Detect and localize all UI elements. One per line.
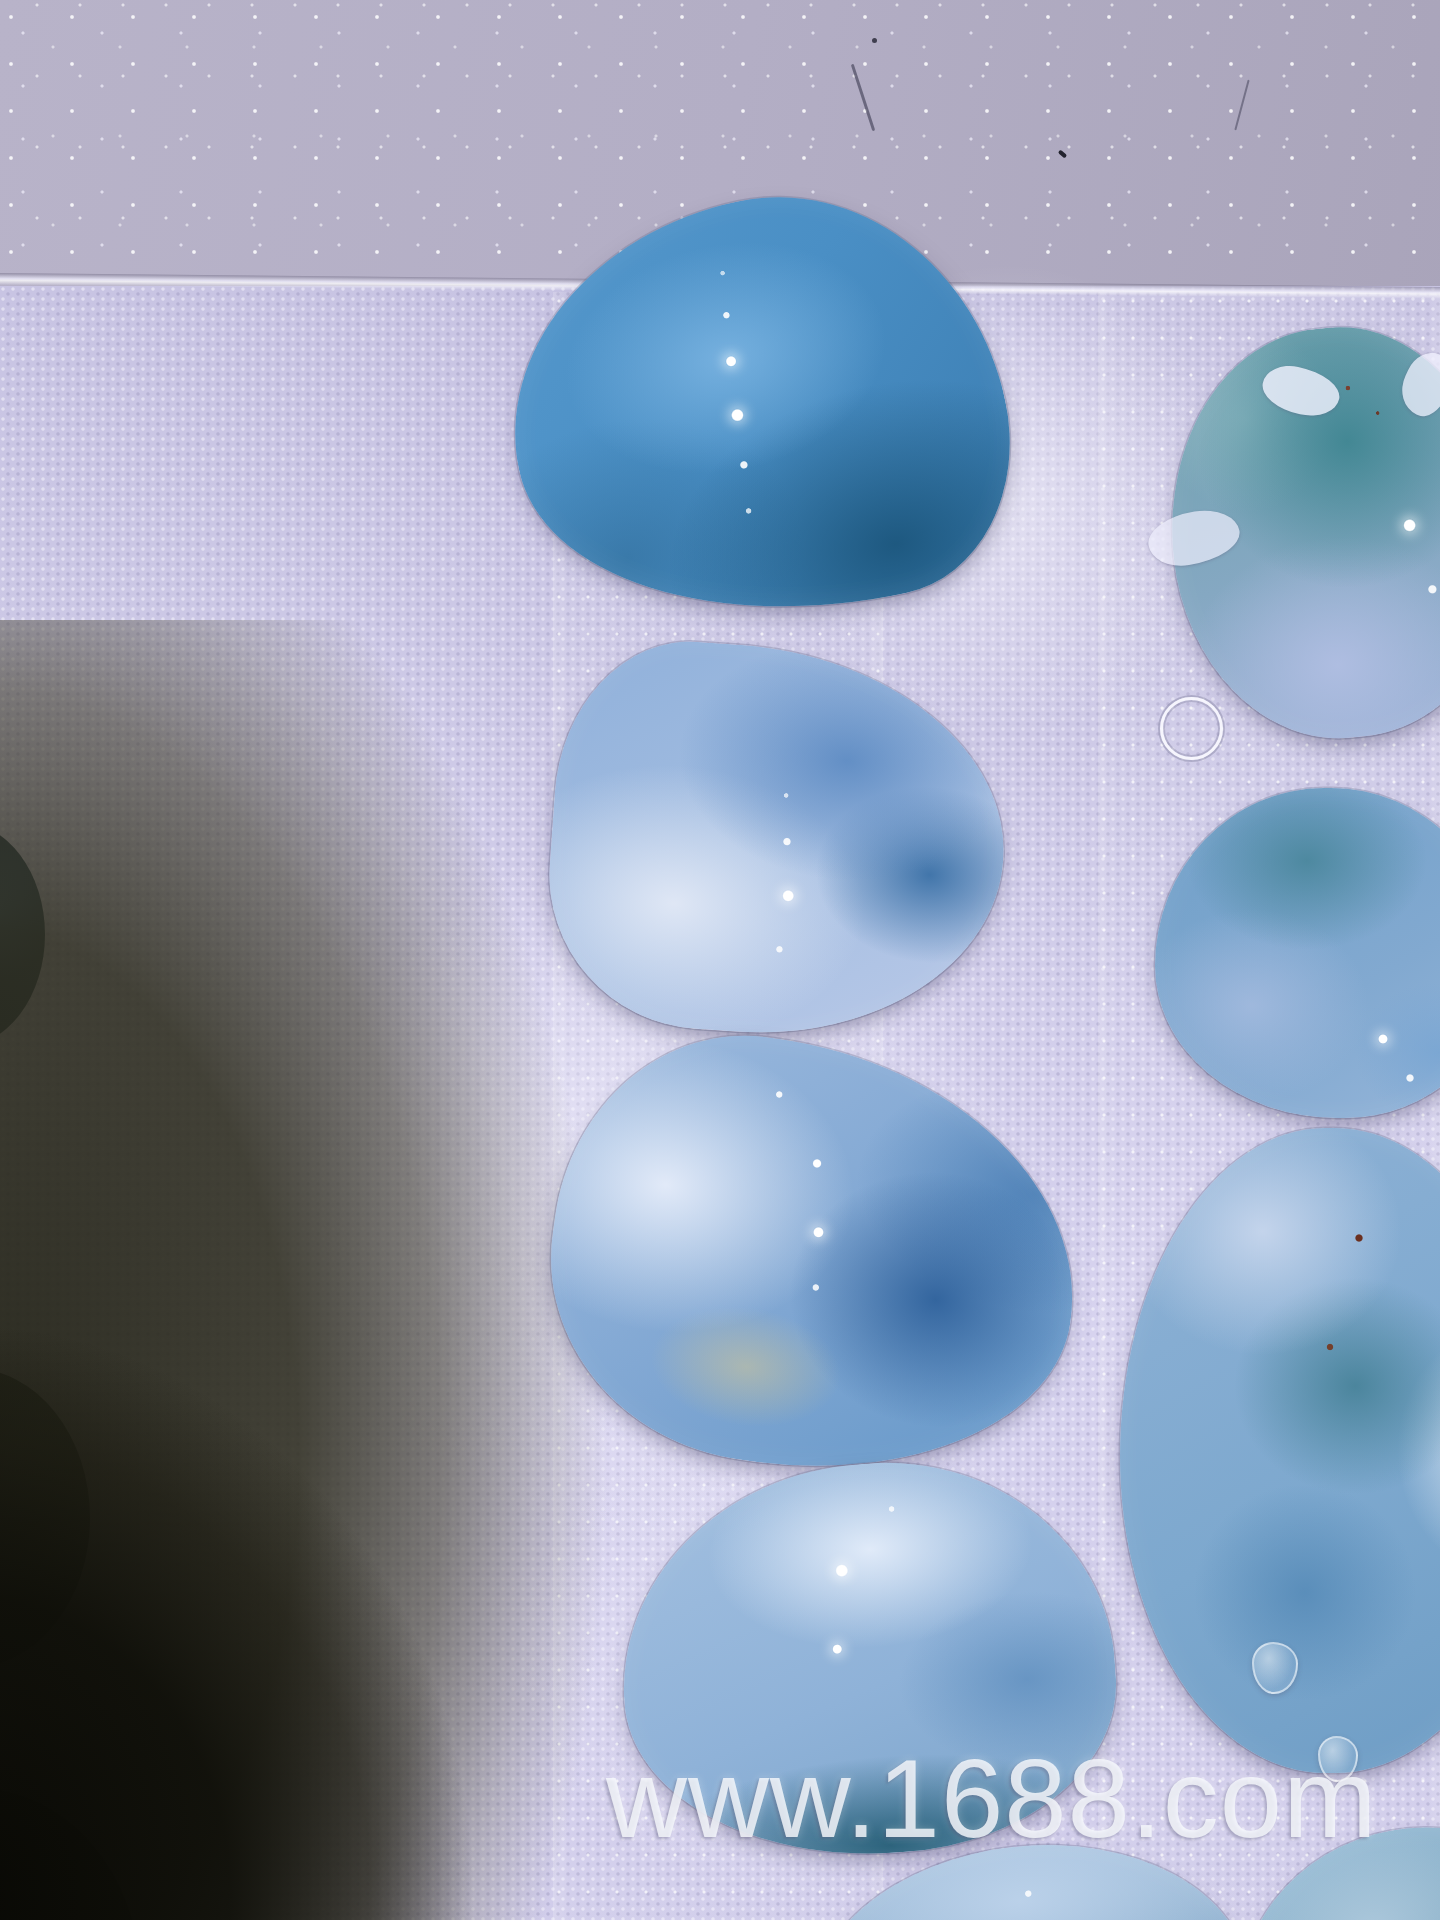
- highlight-mark: [730, 407, 745, 422]
- highlight-mark: [776, 946, 783, 953]
- highlight-mark: [1375, 411, 1379, 415]
- highlight-mark: [739, 460, 748, 469]
- photo-larimar-tray: www.1688.com: [0, 0, 1440, 1920]
- highlight-mark: [832, 1644, 843, 1655]
- highlight-mark: [1327, 1344, 1334, 1351]
- highlight-mark: [835, 1564, 849, 1578]
- highlight-mark: [725, 354, 738, 367]
- highlight-mark: [1024, 1890, 1032, 1898]
- highlight-mark: [722, 311, 730, 319]
- highlight-mark: [783, 837, 792, 846]
- highlight-mark: [781, 889, 794, 902]
- dust-speck-2: [872, 38, 877, 43]
- highlight-mark: [775, 1090, 783, 1098]
- highlight-mark: [720, 270, 726, 276]
- highlight-mark: [1402, 518, 1416, 532]
- highlight-mark: [889, 1506, 895, 1512]
- highlight-mark: [783, 792, 788, 797]
- highlight-mark: [1355, 1234, 1363, 1242]
- highlight-mark: [812, 1283, 820, 1291]
- highlight-mark: [745, 508, 752, 515]
- plastic-ring: [1160, 697, 1223, 760]
- highlight-mark: [812, 1226, 824, 1238]
- highlight-mark: [1406, 1074, 1414, 1082]
- highlight-mark: [1428, 584, 1438, 594]
- highlight-mark: [812, 1159, 822, 1169]
- highlight-mark: [1378, 1034, 1388, 1044]
- watermark-text: www.1688.com: [606, 1734, 1377, 1863]
- highlight-mark: [1345, 385, 1350, 390]
